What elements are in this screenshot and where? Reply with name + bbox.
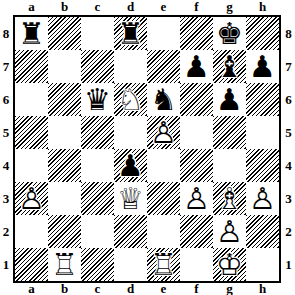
file-label-top-g: g bbox=[213, 0, 246, 14]
square-a4[interactable] bbox=[15, 149, 48, 182]
rank-label-right-3: 3 bbox=[282, 182, 295, 215]
file-label-top-a: a bbox=[15, 0, 48, 14]
square-e6[interactable]: ♞ bbox=[147, 83, 180, 116]
file-label-bottom-h: h bbox=[246, 282, 279, 295]
piece-black-queen[interactable]: ♛ bbox=[81, 83, 114, 116]
square-h2[interactable] bbox=[246, 215, 279, 248]
rank-label-right-5: 5 bbox=[282, 116, 295, 149]
rank-label-left-2: 2 bbox=[0, 215, 12, 248]
rank-label-left-8: 8 bbox=[0, 17, 12, 50]
piece-outline: ♔ bbox=[213, 248, 246, 281]
file-label-bottom-f: f bbox=[180, 282, 213, 295]
square-f6[interactable] bbox=[180, 83, 213, 116]
square-h7[interactable]: ♟ bbox=[246, 50, 279, 83]
square-g3[interactable]: ♝♗ bbox=[213, 182, 246, 215]
square-c3[interactable] bbox=[81, 182, 114, 215]
square-a5[interactable] bbox=[15, 116, 48, 149]
rank-label-left-3: 3 bbox=[0, 182, 12, 215]
piece-white-pawn[interactable]: ♟♙ bbox=[147, 116, 180, 149]
square-e1[interactable]: ♜♖ bbox=[147, 248, 180, 281]
square-d4[interactable]: ♟ bbox=[114, 149, 147, 182]
square-f8[interactable] bbox=[180, 17, 213, 50]
piece-outline: ♙ bbox=[180, 182, 213, 215]
square-c7[interactable] bbox=[81, 50, 114, 83]
piece-outline: ♙ bbox=[246, 182, 279, 215]
piece-glyph: ♟ bbox=[180, 50, 213, 83]
rank-label-left-5: 5 bbox=[0, 116, 12, 149]
piece-black-knight[interactable]: ♞ bbox=[147, 83, 180, 116]
piece-white-knight[interactable]: ♞♘ bbox=[114, 83, 147, 116]
piece-black-pawn[interactable]: ♟ bbox=[246, 50, 279, 83]
chess-diagram: ♜♜♚♟♝♟♛♞♘♞♟♟♙♟♟♙♛♕♟♙♝♗♟♙♟♙♜♖♜♖♚♔ aabbccd… bbox=[0, 0, 295, 295]
square-a7[interactable] bbox=[15, 50, 48, 83]
square-a1[interactable] bbox=[15, 248, 48, 281]
piece-outline: ♖ bbox=[48, 248, 81, 281]
square-c6[interactable]: ♛ bbox=[81, 83, 114, 116]
square-e7[interactable] bbox=[147, 50, 180, 83]
square-c8[interactable] bbox=[81, 17, 114, 50]
piece-outline: ♙ bbox=[15, 182, 48, 215]
square-c5[interactable] bbox=[81, 116, 114, 149]
square-g7[interactable]: ♝ bbox=[213, 50, 246, 83]
piece-glyph: ♚ bbox=[213, 17, 246, 50]
square-c1[interactable] bbox=[81, 248, 114, 281]
square-a2[interactable] bbox=[15, 215, 48, 248]
square-d6[interactable]: ♞♘ bbox=[114, 83, 147, 116]
file-label-top-h: h bbox=[246, 0, 279, 14]
piece-white-queen[interactable]: ♛♕ bbox=[114, 182, 147, 215]
piece-white-bishop[interactable]: ♝♗ bbox=[213, 182, 246, 215]
square-g1[interactable]: ♚♔ bbox=[213, 248, 246, 281]
piece-glyph: ♟ bbox=[213, 83, 246, 116]
square-h3[interactable]: ♟♙ bbox=[246, 182, 279, 215]
piece-glyph: ♛ bbox=[81, 83, 114, 116]
square-f4[interactable] bbox=[180, 149, 213, 182]
square-a6[interactable] bbox=[15, 83, 48, 116]
square-e5[interactable]: ♟♙ bbox=[147, 116, 180, 149]
square-d7[interactable] bbox=[114, 50, 147, 83]
rank-label-right-7: 7 bbox=[282, 50, 295, 83]
file-label-top-f: f bbox=[180, 0, 213, 14]
file-label-top-c: c bbox=[81, 0, 114, 14]
square-b1[interactable]: ♜♖ bbox=[48, 248, 81, 281]
square-b6[interactable] bbox=[48, 83, 81, 116]
piece-outline: ♙ bbox=[147, 116, 180, 149]
square-h5[interactable] bbox=[246, 116, 279, 149]
square-h6[interactable] bbox=[246, 83, 279, 116]
piece-white-pawn[interactable]: ♟♙ bbox=[15, 182, 48, 215]
piece-glyph: ♜ bbox=[15, 17, 48, 50]
piece-black-pawn[interactable]: ♟ bbox=[114, 149, 147, 182]
square-g8[interactable]: ♚ bbox=[213, 17, 246, 50]
file-label-bottom-d: d bbox=[114, 282, 147, 295]
file-label-top-d: d bbox=[114, 0, 147, 14]
square-d2[interactable] bbox=[114, 215, 147, 248]
square-g2[interactable]: ♟♙ bbox=[213, 215, 246, 248]
piece-black-pawn[interactable]: ♟ bbox=[213, 83, 246, 116]
piece-outline: ♙ bbox=[213, 215, 246, 248]
square-a3[interactable]: ♟♙ bbox=[15, 182, 48, 215]
file-label-top-b: b bbox=[48, 0, 81, 14]
piece-black-rook[interactable]: ♜ bbox=[15, 17, 48, 50]
file-label-top-e: e bbox=[147, 0, 180, 14]
piece-glyph: ♜ bbox=[114, 17, 147, 50]
square-f7[interactable]: ♟ bbox=[180, 50, 213, 83]
square-e2[interactable] bbox=[147, 215, 180, 248]
square-f2[interactable] bbox=[180, 215, 213, 248]
square-a8[interactable]: ♜ bbox=[15, 17, 48, 50]
square-d5[interactable] bbox=[114, 116, 147, 149]
square-d1[interactable] bbox=[114, 248, 147, 281]
file-label-bottom-g: g bbox=[213, 282, 246, 295]
rank-label-right-6: 6 bbox=[282, 83, 295, 116]
rank-label-right-2: 2 bbox=[282, 215, 295, 248]
piece-outline: ♖ bbox=[147, 248, 180, 281]
rank-label-left-1: 1 bbox=[0, 248, 12, 281]
piece-black-king[interactable]: ♚ bbox=[213, 17, 246, 50]
square-d8[interactable]: ♜ bbox=[114, 17, 147, 50]
piece-outline: ♘ bbox=[114, 83, 147, 116]
piece-white-rook[interactable]: ♜♖ bbox=[147, 248, 180, 281]
square-e8[interactable] bbox=[147, 17, 180, 50]
square-f5[interactable] bbox=[180, 116, 213, 149]
square-b7[interactable] bbox=[48, 50, 81, 83]
square-b3[interactable] bbox=[48, 182, 81, 215]
square-h4[interactable] bbox=[246, 149, 279, 182]
piece-black-bishop[interactable]: ♝ bbox=[213, 50, 246, 83]
rank-label-left-7: 7 bbox=[0, 50, 12, 83]
piece-white-pawn[interactable]: ♟♙ bbox=[180, 182, 213, 215]
piece-outline: ♗ bbox=[213, 182, 246, 215]
rank-label-right-8: 8 bbox=[282, 17, 295, 50]
piece-black-rook[interactable]: ♜ bbox=[114, 17, 147, 50]
piece-white-king[interactable]: ♚♔ bbox=[213, 248, 246, 281]
square-h8[interactable] bbox=[246, 17, 279, 50]
square-e4[interactable] bbox=[147, 149, 180, 182]
square-g5[interactable] bbox=[213, 116, 246, 149]
square-f3[interactable]: ♟♙ bbox=[180, 182, 213, 215]
square-b5[interactable] bbox=[48, 116, 81, 149]
square-f1[interactable] bbox=[180, 248, 213, 281]
piece-glyph: ♝ bbox=[213, 50, 246, 83]
square-b8[interactable] bbox=[48, 17, 81, 50]
square-d3[interactable]: ♛♕ bbox=[114, 182, 147, 215]
square-c4[interactable] bbox=[81, 149, 114, 182]
square-g6[interactable]: ♟ bbox=[213, 83, 246, 116]
square-c2[interactable] bbox=[81, 215, 114, 248]
file-label-bottom-e: e bbox=[147, 282, 180, 295]
piece-outline: ♕ bbox=[114, 182, 147, 215]
file-label-bottom-b: b bbox=[48, 282, 81, 295]
piece-white-rook[interactable]: ♜♖ bbox=[48, 248, 81, 281]
piece-glyph: ♞ bbox=[147, 83, 180, 116]
square-g4[interactable] bbox=[213, 149, 246, 182]
square-b4[interactable] bbox=[48, 149, 81, 182]
file-label-bottom-a: a bbox=[15, 282, 48, 295]
square-b2[interactable] bbox=[48, 215, 81, 248]
rank-label-left-4: 4 bbox=[0, 149, 12, 182]
square-h1[interactable] bbox=[246, 248, 279, 281]
piece-glyph: ♟ bbox=[246, 50, 279, 83]
piece-black-pawn[interactable]: ♟ bbox=[180, 50, 213, 83]
chessboard: ♜♜♚♟♝♟♛♞♘♞♟♟♙♟♟♙♛♕♟♙♝♗♟♙♟♙♜♖♜♖♚♔ bbox=[13, 15, 281, 283]
rank-label-left-6: 6 bbox=[0, 83, 12, 116]
rank-label-right-4: 4 bbox=[282, 149, 295, 182]
piece-glyph: ♟ bbox=[114, 149, 147, 182]
rank-label-right-1: 1 bbox=[282, 248, 295, 281]
piece-white-pawn[interactable]: ♟♙ bbox=[213, 215, 246, 248]
file-label-bottom-c: c bbox=[81, 282, 114, 295]
square-e3[interactable] bbox=[147, 182, 180, 215]
piece-white-pawn[interactable]: ♟♙ bbox=[246, 182, 279, 215]
